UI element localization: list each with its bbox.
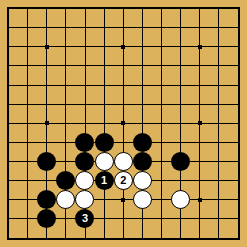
- black-stone[interactable]: [37, 190, 56, 209]
- white-stone[interactable]: [133, 171, 152, 190]
- stones-grid: 123: [0, 0, 247, 247]
- white-stone[interactable]: [95, 152, 114, 171]
- black-stone[interactable]: [75, 152, 94, 171]
- black-stone[interactable]: [56, 171, 75, 190]
- white-stone[interactable]: [133, 190, 152, 209]
- black-stone[interactable]: [171, 152, 190, 171]
- white-stone[interactable]: [75, 190, 94, 209]
- white-stone[interactable]: [114, 152, 133, 171]
- black-stone-move-3[interactable]: 3: [75, 209, 94, 228]
- move-number-label: 2: [120, 175, 126, 186]
- black-stone[interactable]: [37, 152, 56, 171]
- black-stone[interactable]: [133, 133, 152, 152]
- white-stone[interactable]: [56, 190, 75, 209]
- move-number-label: 1: [101, 175, 107, 186]
- go-board: 123: [0, 0, 247, 247]
- white-stone-move-2[interactable]: 2: [114, 171, 133, 190]
- white-stone[interactable]: [171, 190, 190, 209]
- black-stone[interactable]: [95, 133, 114, 152]
- move-number-label: 3: [82, 213, 88, 224]
- black-stone[interactable]: [37, 209, 56, 228]
- black-stone-move-1[interactable]: 1: [95, 171, 114, 190]
- white-stone[interactable]: [75, 171, 94, 190]
- black-stone[interactable]: [75, 133, 94, 152]
- black-stone[interactable]: [133, 152, 152, 171]
